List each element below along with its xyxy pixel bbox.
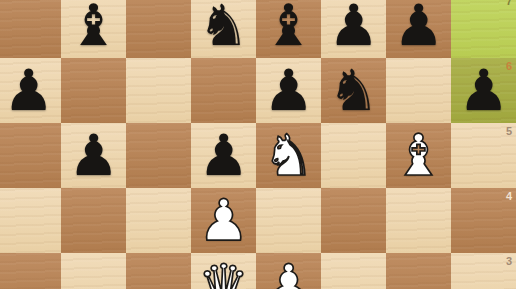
black-pawn-h6[interactable]: ♟: [458, 58, 509, 123]
chess-board: 8♝♞♝♟♟7♟♟♞♟6♟♟♞♝5♟4♛♟321: [0, 0, 516, 289]
square-f7[interactable]: ♟: [321, 0, 386, 58]
square-a5[interactable]: [0, 123, 61, 188]
rank-label-4: 4: [506, 191, 512, 202]
square-c3[interactable]: [126, 253, 191, 289]
square-f3[interactable]: [321, 253, 386, 289]
square-e6[interactable]: ♟: [256, 58, 321, 123]
rank-label-5: 5: [506, 126, 512, 137]
square-c7[interactable]: [126, 0, 191, 58]
white-pawn-e3[interactable]: ♟: [263, 253, 314, 289]
white-queen-d3[interactable]: ♛: [198, 253, 249, 289]
black-knight-f6[interactable]: ♞: [328, 58, 379, 123]
black-pawn-a6[interactable]: ♟: [3, 58, 54, 123]
square-b3[interactable]: [61, 253, 126, 289]
square-e3[interactable]: ♟: [256, 253, 321, 289]
square-e7[interactable]: ♝: [256, 0, 321, 58]
white-bishop-g5[interactable]: ♝: [393, 123, 444, 188]
square-a6[interactable]: ♟: [0, 58, 61, 123]
rank-label-3: 3: [506, 256, 512, 267]
square-e4[interactable]: [256, 188, 321, 253]
square-b5[interactable]: ♟: [61, 123, 126, 188]
black-pawn-d5[interactable]: ♟: [198, 123, 249, 188]
black-pawn-f7[interactable]: ♟: [328, 0, 379, 58]
square-g6[interactable]: [386, 58, 451, 123]
square-d3[interactable]: ♛: [191, 253, 256, 289]
square-f4[interactable]: [321, 188, 386, 253]
black-knight-d7[interactable]: ♞: [198, 0, 249, 58]
square-c6[interactable]: [126, 58, 191, 123]
rank-label-6: 6: [506, 61, 512, 72]
square-d6[interactable]: [191, 58, 256, 123]
black-bishop-b7[interactable]: ♝: [68, 0, 119, 58]
square-f6[interactable]: ♞: [321, 58, 386, 123]
square-e5[interactable]: ♞: [256, 123, 321, 188]
square-b6[interactable]: [61, 58, 126, 123]
square-c4[interactable]: [126, 188, 191, 253]
square-h4[interactable]: 4: [451, 188, 516, 253]
square-h5[interactable]: 5: [451, 123, 516, 188]
square-h6[interactable]: ♟6: [451, 58, 516, 123]
square-g3[interactable]: [386, 253, 451, 289]
square-g7[interactable]: ♟: [386, 0, 451, 58]
black-pawn-e6[interactable]: ♟: [263, 58, 314, 123]
white-pawn-d4[interactable]: ♟: [198, 188, 249, 253]
square-g4[interactable]: [386, 188, 451, 253]
square-a7[interactable]: [0, 0, 61, 58]
square-h7[interactable]: 7: [451, 0, 516, 58]
black-bishop-e7[interactable]: ♝: [263, 0, 314, 58]
rank-label-7: 7: [506, 0, 512, 7]
square-d7[interactable]: ♞: [191, 0, 256, 58]
square-b7[interactable]: ♝: [61, 0, 126, 58]
square-a4[interactable]: [0, 188, 61, 253]
black-pawn-g7[interactable]: ♟: [393, 0, 444, 58]
square-h3[interactable]: 3: [451, 253, 516, 289]
square-b4[interactable]: [61, 188, 126, 253]
square-a3[interactable]: [0, 253, 61, 289]
chess-app-viewport: 8♝♞♝♟♟7♟♟♞♟6♟♟♞♝5♟4♛♟321: [0, 0, 516, 289]
square-f5[interactable]: [321, 123, 386, 188]
square-d4[interactable]: ♟: [191, 188, 256, 253]
square-d5[interactable]: ♟: [191, 123, 256, 188]
square-c5[interactable]: [126, 123, 191, 188]
square-g5[interactable]: ♝: [386, 123, 451, 188]
white-knight-e5[interactable]: ♞: [263, 123, 314, 188]
black-pawn-b5[interactable]: ♟: [68, 123, 119, 188]
